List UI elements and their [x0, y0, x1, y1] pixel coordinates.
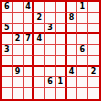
cell-r7c8[interactable]	[77, 67, 88, 78]
cell-r9c1[interactable]	[2, 88, 13, 99]
cell-r5c1[interactable]: 3	[2, 45, 13, 56]
cell-r2c9[interactable]	[88, 13, 99, 24]
cell-r3c2[interactable]	[13, 24, 24, 35]
cell-r4c9[interactable]	[88, 34, 99, 45]
given-digit: 2	[91, 68, 97, 76]
cell-r2c8[interactable]	[77, 13, 88, 24]
cell-r2c3[interactable]	[24, 13, 35, 24]
cell-r1c6[interactable]	[56, 2, 67, 13]
given-digit: 5	[4, 24, 10, 32]
cell-r9c5[interactable]	[45, 88, 56, 99]
given-digit: 2	[36, 14, 42, 22]
cell-r1c1[interactable]: 6	[2, 2, 13, 13]
cell-r5c5[interactable]	[45, 45, 56, 56]
cell-r5c4[interactable]	[34, 45, 45, 56]
cell-r3c5[interactable]: 3	[45, 24, 56, 35]
cell-r3c9[interactable]	[88, 24, 99, 35]
given-digit: 4	[36, 35, 42, 43]
cell-r4c7[interactable]	[67, 34, 78, 45]
cell-r9c7[interactable]	[67, 88, 78, 99]
given-digit: 4	[25, 3, 31, 11]
cell-r4c8[interactable]	[77, 34, 88, 45]
cell-r3c8[interactable]	[77, 24, 88, 35]
cell-r8c7[interactable]	[67, 77, 78, 88]
cell-r3c6[interactable]	[56, 24, 67, 35]
cell-r6c9[interactable]	[88, 56, 99, 67]
cell-r6c7[interactable]	[67, 56, 78, 67]
cell-r8c9[interactable]	[88, 77, 99, 88]
cell-r1c7[interactable]	[67, 2, 78, 13]
cell-r9c4[interactable]	[34, 88, 45, 99]
given-digit: 4	[69, 68, 75, 76]
cell-r4c3[interactable]: 7	[24, 34, 35, 45]
cell-r8c8[interactable]	[77, 77, 88, 88]
cell-r2c1[interactable]	[2, 13, 13, 24]
given-digit: 2	[15, 35, 21, 43]
cell-r1c9[interactable]	[88, 2, 99, 13]
given-digit: 3	[4, 46, 10, 54]
cell-r7c4[interactable]	[34, 67, 45, 78]
cell-r7c3[interactable]	[24, 67, 35, 78]
cell-r5c7[interactable]	[67, 45, 78, 56]
cell-r5c3[interactable]	[24, 45, 35, 56]
given-digit: 6	[4, 3, 10, 11]
cell-r8c3[interactable]	[24, 77, 35, 88]
cell-r7c9[interactable]: 2	[88, 67, 99, 78]
cell-r1c4[interactable]	[34, 2, 45, 13]
given-digit: 6	[47, 78, 53, 86]
cell-r6c8[interactable]	[77, 56, 88, 67]
cell-r3c3[interactable]	[24, 24, 35, 35]
cell-r2c5[interactable]	[45, 13, 56, 24]
cell-r4c5[interactable]	[45, 34, 56, 45]
given-digit: 9	[15, 68, 21, 76]
cell-r8c1[interactable]	[2, 77, 13, 88]
cell-r8c2[interactable]	[13, 77, 24, 88]
cell-r9c9[interactable]	[88, 88, 99, 99]
cell-r6c3[interactable]	[24, 56, 35, 67]
cell-r7c1[interactable]	[2, 67, 13, 78]
given-digit: 8	[69, 14, 75, 22]
given-digit: 6	[80, 46, 86, 54]
cell-r4c6[interactable]	[56, 34, 67, 45]
cell-r1c5[interactable]	[45, 2, 56, 13]
cell-r5c9[interactable]	[88, 45, 99, 56]
cell-r7c6[interactable]	[56, 67, 67, 78]
cell-r2c7[interactable]: 8	[67, 13, 78, 24]
cell-r9c3[interactable]	[24, 88, 35, 99]
cell-r8c4[interactable]	[34, 77, 45, 88]
cell-r6c4[interactable]	[34, 56, 45, 67]
cell-r6c1[interactable]	[2, 56, 13, 67]
cell-r3c7[interactable]	[67, 24, 78, 35]
cell-r5c6[interactable]	[56, 45, 67, 56]
given-digit: 3	[47, 24, 53, 32]
cell-r9c6[interactable]	[56, 88, 67, 99]
cell-r4c1[interactable]	[2, 34, 13, 45]
given-digit: 1	[80, 3, 86, 11]
cell-r7c2[interactable]: 9	[13, 67, 24, 78]
cell-r3c4[interactable]	[34, 24, 45, 35]
cell-r9c2[interactable]	[13, 88, 24, 99]
cell-r2c2[interactable]	[13, 13, 24, 24]
cell-r6c6[interactable]	[56, 56, 67, 67]
cell-r2c6[interactable]	[56, 13, 67, 24]
cell-r1c8[interactable]: 1	[77, 2, 88, 13]
cell-r1c2[interactable]	[13, 2, 24, 13]
cell-r6c5[interactable]	[45, 56, 56, 67]
cell-r5c2[interactable]	[13, 45, 24, 56]
cell-r7c7[interactable]: 4	[67, 67, 78, 78]
sudoku-board: 64128532743694261	[0, 0, 101, 101]
cell-r1c3[interactable]: 4	[24, 2, 35, 13]
given-digit: 7	[25, 35, 31, 43]
cell-r5c8[interactable]: 6	[77, 45, 88, 56]
cell-r6c2[interactable]	[13, 56, 24, 67]
cell-r4c4[interactable]: 4	[34, 34, 45, 45]
cell-r4c2[interactable]: 2	[13, 34, 24, 45]
given-digit: 1	[57, 78, 63, 86]
cell-r7c5[interactable]	[45, 67, 56, 78]
cell-r3c1[interactable]: 5	[2, 24, 13, 35]
cell-r8c5[interactable]: 6	[45, 77, 56, 88]
cell-r9c8[interactable]	[77, 88, 88, 99]
cell-r8c6[interactable]: 1	[56, 77, 67, 88]
cell-r2c4[interactable]: 2	[34, 13, 45, 24]
